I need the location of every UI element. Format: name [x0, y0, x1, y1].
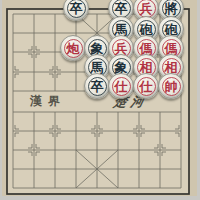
piece-character: 帥 — [165, 79, 178, 92]
piece-character: 炮 — [67, 41, 80, 54]
piece-character: 卒 — [70, 1, 83, 14]
piece-character: 兵 — [115, 41, 128, 54]
piece-character: 仕 — [140, 79, 153, 92]
piece-character: 兵 — [140, 1, 153, 14]
xiangqi-board[interactable]: 漢界 楚河 卒卒兵將馬砲砲炮象兵傌傌馬象相相卒仕仕帥 — [0, 0, 200, 200]
piece-character: 傌 — [165, 41, 178, 54]
piece-character: 仕 — [115, 79, 128, 92]
piece-character: 相 — [140, 60, 153, 73]
piece-character: 馬 — [115, 22, 128, 35]
piece-character: 相 — [165, 60, 178, 73]
piece-character: 象 — [115, 60, 128, 73]
piece-red-advisor[interactable]: 仕 — [108, 73, 134, 99]
piece-character: 砲 — [140, 22, 153, 35]
piece-character: 卒 — [91, 79, 104, 92]
piece-character: 象 — [91, 41, 104, 54]
piece-red-advisor[interactable]: 仕 — [133, 73, 159, 99]
piece-black-soldier[interactable]: 卒 — [84, 73, 110, 99]
piece-red-general[interactable]: 帥 — [158, 73, 184, 99]
piece-character: 卒 — [115, 1, 128, 14]
piece-character: 馬 — [91, 60, 104, 73]
piece-character: 將 — [165, 1, 178, 14]
piece-character: 傌 — [140, 41, 153, 54]
piece-character: 砲 — [165, 22, 178, 35]
piece-red-cannon[interactable]: 炮 — [60, 35, 86, 61]
river-label-left: 漢界 — [30, 95, 66, 107]
